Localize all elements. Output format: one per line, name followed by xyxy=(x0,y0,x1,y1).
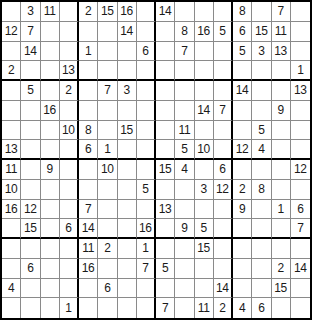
given-digit: 1 xyxy=(277,203,283,215)
cell-r2c3[interactable] xyxy=(41,22,60,42)
cell-r11c14[interactable] xyxy=(252,200,271,220)
cell-r4c4: 13 xyxy=(60,61,79,81)
cell-r11c7[interactable] xyxy=(118,200,137,220)
cell-r12c16: 7 xyxy=(291,219,310,239)
cell-r8c14: 4 xyxy=(252,140,271,160)
given-digit: 1 xyxy=(104,143,110,155)
cell-r8c15[interactable] xyxy=(272,140,291,160)
given-digit: 11 xyxy=(82,242,94,254)
cell-r14c14[interactable] xyxy=(252,259,271,279)
given-digit: 14 xyxy=(82,222,95,234)
cell-r6c16[interactable] xyxy=(291,101,310,121)
cell-r9c1: 11 xyxy=(2,160,21,180)
cell-r1c6: 15 xyxy=(98,2,117,22)
cell-r7c12[interactable] xyxy=(214,121,233,141)
cell-r6c5[interactable] xyxy=(79,101,98,121)
cell-r7c16[interactable] xyxy=(291,121,310,141)
cell-r16c6[interactable] xyxy=(98,298,117,318)
cell-r12c11: 5 xyxy=(195,219,214,239)
given-digit: 12 xyxy=(294,163,307,175)
cell-r15c2[interactable] xyxy=(21,279,40,299)
cell-r2c10: 8 xyxy=(175,22,194,42)
given-digit: 11 xyxy=(198,302,210,314)
given-digit: 10 xyxy=(62,124,75,136)
cell-r5c11[interactable] xyxy=(195,81,214,101)
given-digit: 6 xyxy=(239,25,245,37)
cell-r5c5[interactable] xyxy=(79,81,98,101)
given-digit: 14 xyxy=(294,262,307,274)
given-digit: 2 xyxy=(277,262,283,274)
cell-r8c10: 5 xyxy=(175,140,194,160)
cell-r15c16[interactable] xyxy=(291,279,310,299)
given-digit: 13 xyxy=(274,45,287,57)
cell-r7c4: 10 xyxy=(60,121,79,141)
given-digit: 3 xyxy=(200,183,206,195)
cell-r13c13[interactable] xyxy=(233,239,252,259)
cell-r6c14[interactable] xyxy=(252,101,271,121)
cell-r6c9[interactable] xyxy=(156,101,175,121)
cell-r15c7[interactable] xyxy=(118,279,137,299)
cell-r10c6[interactable] xyxy=(98,180,117,200)
cell-r6c10[interactable] xyxy=(175,101,194,121)
cell-r10c3[interactable] xyxy=(41,180,60,200)
cell-r11c11[interactable] xyxy=(195,200,214,220)
cell-r4c9[interactable] xyxy=(156,61,175,81)
cell-r4c12[interactable] xyxy=(214,61,233,81)
cell-r9c2[interactable] xyxy=(21,160,40,180)
cell-r13c7[interactable] xyxy=(118,239,137,259)
given-digit: 9 xyxy=(277,104,283,116)
cell-r4c6[interactable] xyxy=(98,61,117,81)
given-digit: 10 xyxy=(101,163,114,175)
cell-r16c10[interactable] xyxy=(175,298,194,318)
cell-r12c5: 14 xyxy=(79,219,98,239)
cell-r14c9: 5 xyxy=(156,259,175,279)
cell-r5c2: 5 xyxy=(21,81,40,101)
cell-r10c1: 10 xyxy=(2,180,21,200)
given-digit: 7 xyxy=(162,302,168,314)
cell-r10c12: 12 xyxy=(214,180,233,200)
cell-r3c12[interactable] xyxy=(214,42,233,62)
cell-r7c8[interactable] xyxy=(137,121,156,141)
cell-r2c5[interactable] xyxy=(79,22,98,42)
cell-r5c15[interactable] xyxy=(272,81,291,101)
cell-r13c14[interactable] xyxy=(252,239,271,259)
cell-r10c2[interactable] xyxy=(21,180,40,200)
given-digit: 6 xyxy=(219,163,225,175)
cell-r6c2[interactable] xyxy=(21,101,40,121)
cell-r15c13[interactable] xyxy=(233,279,252,299)
cell-r1c10[interactable] xyxy=(175,2,194,22)
cell-r5c12[interactable] xyxy=(214,81,233,101)
cell-r1c4[interactable] xyxy=(60,2,79,22)
cell-r1c15: 7 xyxy=(272,2,291,22)
cell-r15c4[interactable] xyxy=(60,279,79,299)
given-digit: 16 xyxy=(5,203,18,215)
cell-r8c7[interactable] xyxy=(118,140,137,160)
cell-r15c3[interactable] xyxy=(41,279,60,299)
given-digit: 7 xyxy=(27,25,33,37)
given-digit: 13 xyxy=(62,64,75,76)
given-digit: 6 xyxy=(142,45,148,57)
given-digit: 7 xyxy=(181,45,187,57)
cell-r11c16: 6 xyxy=(291,200,310,220)
cell-r4c2[interactable] xyxy=(21,61,40,81)
cell-r8c11: 10 xyxy=(195,140,214,160)
cell-r1c2: 3 xyxy=(21,2,40,22)
cell-r4c7[interactable] xyxy=(118,61,137,81)
given-digit: 12 xyxy=(236,143,249,155)
cell-r15c6: 6 xyxy=(98,279,117,299)
given-digit: 9 xyxy=(181,222,187,234)
cell-r16c13: 4 xyxy=(233,298,252,318)
cell-r3c5: 1 xyxy=(79,42,98,62)
given-digit: 4 xyxy=(181,163,187,175)
cell-r7c9[interactable] xyxy=(156,121,175,141)
given-digit: 6 xyxy=(258,302,264,314)
cell-r1c12[interactable] xyxy=(214,2,233,22)
cell-r7c7: 15 xyxy=(118,121,137,141)
given-digit: 3 xyxy=(27,5,33,17)
cell-r6c13[interactable] xyxy=(233,101,252,121)
cell-r10c13: 2 xyxy=(233,180,252,200)
cell-r11c6[interactable] xyxy=(98,200,117,220)
cell-r3c14: 3 xyxy=(252,42,271,62)
given-digit: 14 xyxy=(120,25,133,37)
cell-r14c3[interactable] xyxy=(41,259,60,279)
cell-r6c11: 14 xyxy=(195,101,214,121)
given-digit: 8 xyxy=(258,183,264,195)
puzzle-screenshot: 3112151614871271481656151114167531321315… xyxy=(0,0,312,320)
cell-r11c3[interactable] xyxy=(41,200,60,220)
cell-r9c11[interactable] xyxy=(195,160,214,180)
given-digit: 15 xyxy=(120,124,133,136)
cell-r3c9[interactable] xyxy=(156,42,175,62)
cell-r15c15: 15 xyxy=(272,279,291,299)
cell-r7c15[interactable] xyxy=(272,121,291,141)
given-digit: 10 xyxy=(5,183,18,195)
cell-r10c16[interactable] xyxy=(291,180,310,200)
cell-r5c7: 3 xyxy=(118,81,137,101)
cell-r7c1[interactable] xyxy=(2,121,21,141)
cell-r2c9[interactable] xyxy=(156,22,175,42)
given-digit: 12 xyxy=(216,183,229,195)
cell-r16c15[interactable] xyxy=(272,298,291,318)
cell-r9c8[interactable] xyxy=(137,160,156,180)
given-digit: 12 xyxy=(24,203,37,215)
cell-r11c12[interactable] xyxy=(214,200,233,220)
cell-r1c9: 14 xyxy=(156,2,175,22)
given-digit: 1 xyxy=(85,45,91,57)
cell-r4c5[interactable] xyxy=(79,61,98,81)
cell-r14c13[interactable] xyxy=(233,259,252,279)
cell-r15c5[interactable] xyxy=(79,279,98,299)
cell-r5c9[interactable] xyxy=(156,81,175,101)
cell-r12c4: 6 xyxy=(60,219,79,239)
cell-r8c13: 12 xyxy=(233,140,252,160)
cell-r12c9[interactable] xyxy=(156,219,175,239)
cell-r1c11[interactable] xyxy=(195,2,214,22)
cell-r16c14: 6 xyxy=(252,298,271,318)
cell-r3c7[interactable] xyxy=(118,42,137,62)
cell-r8c12[interactable] xyxy=(214,140,233,160)
given-digit: 5 xyxy=(27,84,33,96)
cell-r1c8[interactable] xyxy=(137,2,156,22)
cell-r15c14[interactable] xyxy=(252,279,271,299)
cell-r12c3[interactable] xyxy=(41,219,60,239)
cell-r3c8: 6 xyxy=(137,42,156,62)
cell-r7c2[interactable] xyxy=(21,121,40,141)
cell-r13c6: 2 xyxy=(98,239,117,259)
cell-r3c3[interactable] xyxy=(41,42,60,62)
cell-r13c2[interactable] xyxy=(21,239,40,259)
cell-r9c9: 15 xyxy=(156,160,175,180)
cell-r12c2: 15 xyxy=(21,219,40,239)
cell-r9c10: 4 xyxy=(175,160,194,180)
cell-r7c6[interactable] xyxy=(98,121,117,141)
cell-r8c1: 13 xyxy=(2,140,21,160)
cell-r9c5[interactable] xyxy=(79,160,98,180)
cell-r6c1[interactable] xyxy=(2,101,21,121)
given-digit: 3 xyxy=(123,84,129,96)
cell-r5c8[interactable] xyxy=(137,81,156,101)
cell-r6c6[interactable] xyxy=(98,101,117,121)
given-digit: 7 xyxy=(297,222,303,234)
cell-r11c15: 1 xyxy=(272,200,291,220)
cell-r16c5[interactable] xyxy=(79,298,98,318)
cell-r13c10[interactable] xyxy=(175,239,194,259)
cell-r14c10[interactable] xyxy=(175,259,194,279)
cell-r3c11[interactable] xyxy=(195,42,214,62)
cell-r13c8: 1 xyxy=(137,239,156,259)
cell-r13c16[interactable] xyxy=(291,239,310,259)
cell-r13c15[interactable] xyxy=(272,239,291,259)
cell-r3c2: 14 xyxy=(21,42,40,62)
given-digit: 1 xyxy=(142,242,148,254)
cell-r8c5: 6 xyxy=(79,140,98,160)
cell-r16c1[interactable] xyxy=(2,298,21,318)
cell-r16c8[interactable] xyxy=(137,298,156,318)
given-digit: 6 xyxy=(85,143,91,155)
given-digit: 6 xyxy=(104,282,110,294)
cell-r12c14[interactable] xyxy=(252,219,271,239)
given-digit: 5 xyxy=(142,183,148,195)
cell-r15c8[interactable] xyxy=(137,279,156,299)
cell-r8c3[interactable] xyxy=(41,140,60,160)
given-digit: 5 xyxy=(219,25,225,37)
cell-r4c15[interactable] xyxy=(272,61,291,81)
cell-r9c13[interactable] xyxy=(233,160,252,180)
given-digit: 14 xyxy=(197,104,210,116)
cell-r2c4[interactable] xyxy=(60,22,79,42)
cell-r10c7[interactable] xyxy=(118,180,137,200)
given-digit: 2 xyxy=(239,183,245,195)
cell-r3c4[interactable] xyxy=(60,42,79,62)
given-digit: 14 xyxy=(24,45,37,57)
given-digit: 1 xyxy=(65,302,71,314)
cell-r5c16: 13 xyxy=(291,81,310,101)
cell-r12c12[interactable] xyxy=(214,219,233,239)
cell-r8c9[interactable] xyxy=(156,140,175,160)
cell-r5c3[interactable] xyxy=(41,81,60,101)
cell-r11c10[interactable] xyxy=(175,200,194,220)
given-digit: 11 xyxy=(178,124,190,136)
cell-r14c2: 6 xyxy=(21,259,40,279)
cell-r8c6: 1 xyxy=(98,140,117,160)
cell-r14c6[interactable] xyxy=(98,259,117,279)
cell-r9c16: 12 xyxy=(291,160,310,180)
cell-r7c11[interactable] xyxy=(195,121,214,141)
cell-r16c16[interactable] xyxy=(291,298,310,318)
cell-r1c1[interactable] xyxy=(2,2,21,22)
cell-r5c4: 2 xyxy=(60,81,79,101)
cell-r8c8[interactable] xyxy=(137,140,156,160)
given-digit: 16 xyxy=(120,5,133,17)
given-digit: 14 xyxy=(236,84,249,96)
cell-r12c13[interactable] xyxy=(233,219,252,239)
cell-r5c14[interactable] xyxy=(252,81,271,101)
cell-r10c15[interactable] xyxy=(272,180,291,200)
given-digit: 8 xyxy=(85,124,91,136)
cell-r1c16[interactable] xyxy=(291,2,310,22)
given-digit: 15 xyxy=(255,25,268,37)
cell-r2c8[interactable] xyxy=(137,22,156,42)
cell-r4c14[interactable] xyxy=(252,61,271,81)
cell-r15c9[interactable] xyxy=(156,279,175,299)
cell-r14c8: 7 xyxy=(137,259,156,279)
cell-r4c8[interactable] xyxy=(137,61,156,81)
cell-r11c4[interactable] xyxy=(60,200,79,220)
cell-r16c3[interactable] xyxy=(41,298,60,318)
cell-r3c6[interactable] xyxy=(98,42,117,62)
given-digit: 2 xyxy=(219,302,225,314)
given-digit: 16 xyxy=(43,104,56,116)
cell-r13c12[interactable] xyxy=(214,239,233,259)
cell-r9c14[interactable] xyxy=(252,160,271,180)
cell-r4c11[interactable] xyxy=(195,61,214,81)
cell-r4c3[interactable] xyxy=(41,61,60,81)
cell-r1c7: 16 xyxy=(118,2,137,22)
cell-r14c4[interactable] xyxy=(60,259,79,279)
cell-r5c6: 7 xyxy=(98,81,117,101)
given-digit: 9 xyxy=(46,163,52,175)
cell-r13c4[interactable] xyxy=(60,239,79,259)
given-digit: 8 xyxy=(239,5,245,17)
given-digit: 4 xyxy=(239,302,245,314)
cell-r13c3[interactable] xyxy=(41,239,60,259)
cell-r12c6[interactable] xyxy=(98,219,117,239)
given-digit: 5 xyxy=(200,222,206,234)
cell-r11c8[interactable] xyxy=(137,200,156,220)
given-digit: 1 xyxy=(297,64,303,76)
cell-r9c12: 6 xyxy=(214,160,233,180)
cell-r3c15: 13 xyxy=(272,42,291,62)
cell-r1c3: 11 xyxy=(41,2,60,22)
cell-r13c9[interactable] xyxy=(156,239,175,259)
cell-r5c1[interactable] xyxy=(2,81,21,101)
cell-r16c11: 11 xyxy=(195,298,214,318)
cell-r2c6[interactable] xyxy=(98,22,117,42)
cell-r9c4[interactable] xyxy=(60,160,79,180)
given-digit: 5 xyxy=(258,124,264,136)
cell-r15c11[interactable] xyxy=(195,279,214,299)
cell-r8c16[interactable] xyxy=(291,140,310,160)
given-digit: 7 xyxy=(104,84,110,96)
cell-r6c7[interactable] xyxy=(118,101,137,121)
given-digit: 7 xyxy=(85,203,91,215)
given-digit: 5 xyxy=(239,45,245,57)
cell-r9c6: 10 xyxy=(98,160,117,180)
cell-r4c1: 2 xyxy=(2,61,21,81)
cell-r6c8[interactable] xyxy=(137,101,156,121)
cell-r3c1[interactable] xyxy=(2,42,21,62)
cell-r10c10[interactable] xyxy=(175,180,194,200)
cell-r9c15[interactable] xyxy=(272,160,291,180)
cell-r8c4[interactable] xyxy=(60,140,79,160)
cell-r6c3: 16 xyxy=(41,101,60,121)
cell-r15c12: 14 xyxy=(214,279,233,299)
cell-r10c5[interactable] xyxy=(79,180,98,200)
cell-r14c11[interactable] xyxy=(195,259,214,279)
cell-r10c4[interactable] xyxy=(60,180,79,200)
given-digit: 6 xyxy=(297,203,303,215)
cell-r9c3: 9 xyxy=(41,160,60,180)
cell-r10c8: 5 xyxy=(137,180,156,200)
cell-r14c1[interactable] xyxy=(2,259,21,279)
cell-r6c4[interactable] xyxy=(60,101,79,121)
cell-r4c10[interactable] xyxy=(175,61,194,81)
given-digit: 7 xyxy=(219,104,225,116)
cell-r13c11: 15 xyxy=(195,239,214,259)
cell-r7c3[interactable] xyxy=(41,121,60,141)
cell-r7c10: 11 xyxy=(175,121,194,141)
cell-r12c1[interactable] xyxy=(2,219,21,239)
given-digit: 13 xyxy=(294,84,307,96)
given-digit: 2 xyxy=(8,64,14,76)
cell-r2c14: 15 xyxy=(252,22,271,42)
cell-r15c10[interactable] xyxy=(175,279,194,299)
given-digit: 4 xyxy=(8,282,14,294)
given-digit: 13 xyxy=(5,143,18,155)
cell-r7c13[interactable] xyxy=(233,121,252,141)
cell-r12c15[interactable] xyxy=(272,219,291,239)
given-digit: 6 xyxy=(65,222,71,234)
given-digit: 4 xyxy=(258,143,264,155)
cell-r16c2[interactable] xyxy=(21,298,40,318)
cell-r14c7[interactable] xyxy=(118,259,137,279)
cell-r10c9[interactable] xyxy=(156,180,175,200)
cell-r2c13: 6 xyxy=(233,22,252,42)
cell-r16c12: 2 xyxy=(214,298,233,318)
cell-r13c1[interactable] xyxy=(2,239,21,259)
given-digit: 8 xyxy=(181,25,187,37)
given-digit: 14 xyxy=(159,5,172,17)
cell-r1c13: 8 xyxy=(233,2,252,22)
cell-r3c16[interactable] xyxy=(291,42,310,62)
cell-r1c14[interactable] xyxy=(252,2,271,22)
cell-r12c7[interactable] xyxy=(118,219,137,239)
cell-r15c1: 4 xyxy=(2,279,21,299)
cell-r10c11: 3 xyxy=(195,180,214,200)
cell-r2c16[interactable] xyxy=(291,22,310,42)
sudoku-board: 3112151614871271481656151114167531321315… xyxy=(0,0,312,320)
cell-r14c12[interactable] xyxy=(214,259,233,279)
cell-r9c7[interactable] xyxy=(118,160,137,180)
cell-r16c7[interactable] xyxy=(118,298,137,318)
cell-r8c2[interactable] xyxy=(21,140,40,160)
cell-r4c13[interactable] xyxy=(233,61,252,81)
cell-r5c10[interactable] xyxy=(175,81,194,101)
